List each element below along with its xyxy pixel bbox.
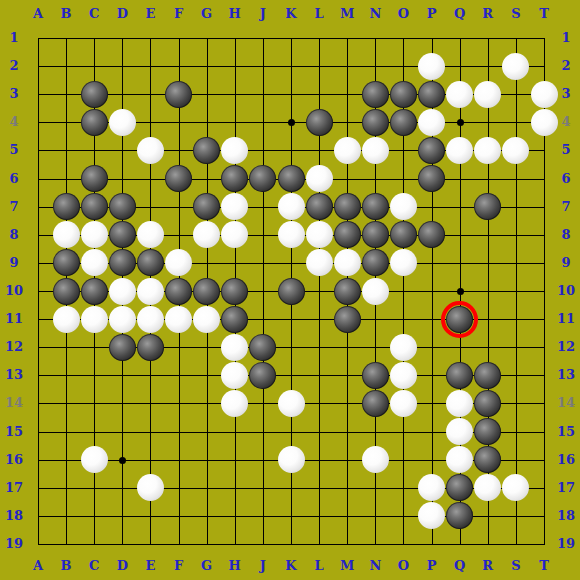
row-label-right: 6 [555, 171, 577, 187]
column-label-bottom: R [477, 558, 499, 574]
white-stone [334, 137, 361, 164]
white-stone [474, 81, 501, 108]
row-label-right: 7 [555, 199, 577, 215]
row-label-left: 8 [3, 227, 25, 243]
white-stone [531, 81, 558, 108]
column-label-bottom: L [308, 558, 330, 574]
column-label-bottom: F [168, 558, 190, 574]
white-stone [221, 137, 248, 164]
black-stone [334, 221, 361, 248]
white-stone [531, 109, 558, 136]
black-stone [53, 278, 80, 305]
row-label-left: 13 [3, 367, 25, 383]
column-label-top: T [533, 6, 555, 22]
column-label-top: O [392, 6, 414, 22]
white-stone [390, 193, 417, 220]
white-stone [390, 390, 417, 417]
row-label-right: 2 [555, 58, 577, 74]
row-label-right: 11 [555, 311, 577, 327]
black-stone [334, 306, 361, 333]
column-label-bottom: C [83, 558, 105, 574]
white-stone [278, 193, 305, 220]
black-stone [137, 334, 164, 361]
row-label-right: 17 [555, 480, 577, 496]
column-label-top: K [280, 6, 302, 22]
row-label-left: 14 [3, 395, 25, 411]
white-stone [418, 474, 445, 501]
white-stone [278, 221, 305, 248]
column-label-top: E [139, 6, 161, 22]
white-stone [418, 53, 445, 80]
column-label-top: S [505, 6, 527, 22]
black-stone [137, 249, 164, 276]
column-label-bottom: Q [449, 558, 471, 574]
star-point [119, 457, 126, 464]
white-stone [446, 137, 473, 164]
black-stone [81, 109, 108, 136]
row-label-right: 4 [555, 114, 577, 130]
star-point [288, 119, 295, 126]
row-label-left: 3 [3, 86, 25, 102]
black-stone [221, 306, 248, 333]
column-label-bottom: E [139, 558, 161, 574]
white-stone [137, 278, 164, 305]
column-label-top: N [364, 6, 386, 22]
column-label-top: Q [449, 6, 471, 22]
column-label-top: F [168, 6, 190, 22]
black-stone [362, 81, 389, 108]
star-point [457, 288, 464, 295]
column-label-top: M [336, 6, 358, 22]
row-label-left: 1 [3, 30, 25, 46]
column-label-bottom: G [196, 558, 218, 574]
black-stone [418, 221, 445, 248]
white-stone [137, 221, 164, 248]
column-label-bottom: P [421, 558, 443, 574]
white-stone [193, 221, 220, 248]
white-stone [137, 137, 164, 164]
column-label-top: L [308, 6, 330, 22]
row-label-left: 19 [3, 536, 25, 552]
row-label-left: 18 [3, 508, 25, 524]
white-stone [362, 446, 389, 473]
black-stone [474, 418, 501, 445]
black-stone [474, 193, 501, 220]
white-stone [362, 137, 389, 164]
row-label-right: 15 [555, 424, 577, 440]
black-stone [193, 137, 220, 164]
column-label-bottom: T [533, 558, 555, 574]
white-stone [502, 474, 529, 501]
black-stone [446, 502, 473, 529]
row-label-right: 16 [555, 452, 577, 468]
black-stone [165, 81, 192, 108]
go-board[interactable]: AABBCCDDEEFFGGHHJJKKLLMMNNOOPPQQRRSSTT11… [0, 0, 580, 580]
white-stone [362, 278, 389, 305]
white-stone [81, 221, 108, 248]
row-label-left: 2 [3, 58, 25, 74]
row-label-right: 14 [555, 395, 577, 411]
row-label-right: 1 [555, 30, 577, 46]
black-stone [362, 249, 389, 276]
black-stone [109, 221, 136, 248]
white-stone [502, 53, 529, 80]
column-label-bottom: S [505, 558, 527, 574]
black-stone [81, 165, 108, 192]
row-label-left: 6 [3, 171, 25, 187]
black-stone [418, 81, 445, 108]
white-stone [418, 109, 445, 136]
black-stone [446, 362, 473, 389]
black-stone [249, 334, 276, 361]
black-stone [221, 165, 248, 192]
star-point [457, 119, 464, 126]
grid-line-horizontal [38, 544, 545, 545]
black-stone [390, 221, 417, 248]
white-stone [221, 193, 248, 220]
column-label-bottom: N [364, 558, 386, 574]
white-stone [390, 249, 417, 276]
column-label-top: A [27, 6, 49, 22]
column-label-bottom: K [280, 558, 302, 574]
row-label-left: 17 [3, 480, 25, 496]
black-stone [390, 81, 417, 108]
white-stone [165, 249, 192, 276]
white-stone [390, 362, 417, 389]
column-label-top: D [111, 6, 133, 22]
column-label-bottom: D [111, 558, 133, 574]
column-label-top: J [252, 6, 274, 22]
row-label-left: 16 [3, 452, 25, 468]
column-label-bottom: M [336, 558, 358, 574]
column-label-bottom: J [252, 558, 274, 574]
column-label-top: C [83, 6, 105, 22]
black-stone [306, 193, 333, 220]
black-stone [418, 137, 445, 164]
white-stone [137, 474, 164, 501]
black-stone [193, 193, 220, 220]
black-stone [81, 81, 108, 108]
white-stone [446, 446, 473, 473]
column-label-top: B [55, 6, 77, 22]
white-stone [306, 221, 333, 248]
white-stone [334, 249, 361, 276]
black-stone [334, 193, 361, 220]
black-stone [53, 193, 80, 220]
black-stone [249, 362, 276, 389]
black-stone [249, 165, 276, 192]
black-stone [109, 193, 136, 220]
row-label-right: 9 [555, 255, 577, 271]
black-stone [306, 109, 333, 136]
white-stone [221, 334, 248, 361]
grid-line-vertical [516, 38, 517, 545]
white-stone [502, 137, 529, 164]
black-stone [109, 249, 136, 276]
black-stone [362, 193, 389, 220]
white-stone [221, 390, 248, 417]
white-stone [81, 249, 108, 276]
row-label-left: 12 [3, 339, 25, 355]
white-stone [137, 306, 164, 333]
column-label-bottom: O [392, 558, 414, 574]
white-stone [53, 221, 80, 248]
black-stone [81, 278, 108, 305]
white-stone [446, 418, 473, 445]
row-label-right: 5 [555, 142, 577, 158]
white-stone [53, 306, 80, 333]
black-stone [474, 362, 501, 389]
black-stone [474, 390, 501, 417]
row-label-right: 3 [555, 86, 577, 102]
black-stone [278, 165, 305, 192]
white-stone [278, 390, 305, 417]
white-stone [221, 362, 248, 389]
row-label-right: 18 [555, 508, 577, 524]
black-stone [362, 390, 389, 417]
row-label-left: 10 [3, 283, 25, 299]
white-stone [446, 390, 473, 417]
row-label-right: 12 [555, 339, 577, 355]
row-label-left: 7 [3, 199, 25, 215]
column-label-top: R [477, 6, 499, 22]
white-stone [109, 278, 136, 305]
black-stone [390, 109, 417, 136]
black-stone [362, 109, 389, 136]
black-stone [418, 165, 445, 192]
white-stone [165, 306, 192, 333]
column-label-top: H [224, 6, 246, 22]
white-stone [306, 249, 333, 276]
white-stone [109, 109, 136, 136]
column-label-bottom: B [55, 558, 77, 574]
white-stone [474, 474, 501, 501]
row-label-right: 10 [555, 283, 577, 299]
black-stone [446, 474, 473, 501]
black-stone [474, 446, 501, 473]
white-stone [81, 306, 108, 333]
black-stone [278, 278, 305, 305]
last-move-marker [441, 301, 478, 338]
column-label-bottom: H [224, 558, 246, 574]
row-label-left: 9 [3, 255, 25, 271]
row-label-right: 19 [555, 536, 577, 552]
row-label-left: 5 [3, 142, 25, 158]
black-stone [165, 165, 192, 192]
white-stone [193, 306, 220, 333]
column-label-top: G [196, 6, 218, 22]
white-stone [474, 137, 501, 164]
white-stone [109, 306, 136, 333]
row-label-right: 13 [555, 367, 577, 383]
row-label-left: 11 [3, 311, 25, 327]
black-stone [362, 362, 389, 389]
black-stone [165, 278, 192, 305]
white-stone [418, 502, 445, 529]
white-stone [390, 334, 417, 361]
white-stone [81, 446, 108, 473]
black-stone [193, 278, 220, 305]
white-stone [446, 81, 473, 108]
white-stone [221, 221, 248, 248]
column-label-top: P [421, 6, 443, 22]
black-stone [109, 334, 136, 361]
column-label-bottom: A [27, 558, 49, 574]
black-stone [53, 249, 80, 276]
white-stone [306, 165, 333, 192]
black-stone [221, 278, 248, 305]
row-label-right: 8 [555, 227, 577, 243]
white-stone [278, 446, 305, 473]
black-stone [334, 278, 361, 305]
black-stone [362, 221, 389, 248]
row-label-left: 4 [3, 114, 25, 130]
row-label-left: 15 [3, 424, 25, 440]
black-stone [81, 193, 108, 220]
